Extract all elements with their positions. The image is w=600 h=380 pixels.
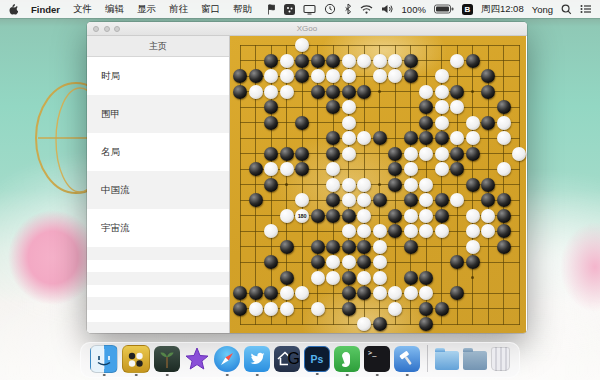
stone-black	[388, 224, 402, 238]
menu-item-4[interactable]: 前往	[169, 3, 188, 16]
stone-black	[450, 162, 464, 176]
stone-black	[342, 85, 356, 99]
traffic-lights	[93, 26, 120, 32]
stone-white	[326, 178, 340, 192]
stone-white	[388, 302, 402, 316]
stone-black	[466, 147, 480, 161]
stone-white	[264, 85, 278, 99]
sidebar-item-label: 中国流	[101, 184, 130, 197]
stone-white	[435, 224, 449, 238]
apple-menu-icon[interactable]	[8, 3, 18, 15]
stone-white	[435, 162, 449, 176]
stone-white	[419, 85, 433, 99]
menu-item-2[interactable]: 编辑	[105, 3, 124, 16]
stone-white	[419, 193, 433, 207]
input-method-badge[interactable]: B	[462, 4, 473, 15]
window-content: 主页 时局围甲名局中国流宇宙流 180	[87, 36, 527, 333]
menu-status-area: 100%B周四12:08Yong	[267, 3, 592, 16]
stone-white	[311, 302, 325, 316]
stone-white	[497, 131, 511, 145]
stone-black	[264, 100, 278, 114]
stone-black	[435, 209, 449, 223]
stone-black	[419, 302, 433, 316]
sidebar-empty-row	[87, 260, 229, 273]
stone-black	[295, 54, 309, 68]
stone-white	[373, 286, 387, 300]
stone-black	[481, 116, 495, 130]
stone-white	[357, 271, 371, 285]
stone-white	[280, 69, 294, 83]
stone-white	[404, 209, 418, 223]
stone-black	[419, 271, 433, 285]
stone-black	[249, 193, 263, 207]
stone-white	[388, 69, 402, 83]
stone-black	[404, 240, 418, 254]
display-icon[interactable]	[303, 4, 316, 15]
stone-white	[295, 193, 309, 207]
stone-black	[357, 255, 371, 269]
stone-black	[373, 131, 387, 145]
stone-black	[249, 286, 263, 300]
stone-black	[264, 178, 278, 192]
stone-black	[311, 54, 325, 68]
stone-black	[342, 240, 356, 254]
stone-white	[357, 131, 371, 145]
close-button[interactable]	[93, 26, 99, 32]
sidebar-empty-row	[87, 285, 229, 298]
stone-black	[326, 209, 340, 223]
stone-white	[249, 85, 263, 99]
stone-white	[373, 255, 387, 269]
flag-icon[interactable]	[267, 4, 276, 15]
menu-item-1[interactable]: 文件	[73, 3, 92, 16]
dock-icon-label: >_	[368, 349, 376, 357]
stone-white	[342, 178, 356, 192]
stone-black	[481, 85, 495, 99]
wifi-icon[interactable]	[360, 4, 373, 14]
stone-black	[466, 178, 480, 192]
dock-icon-trash[interactable]	[491, 347, 510, 371]
menu-item-3[interactable]: 显示	[137, 3, 156, 16]
time-machine-icon[interactable]	[324, 3, 336, 15]
stone-white	[311, 69, 325, 83]
stone-white	[466, 240, 480, 254]
stone-white	[249, 302, 263, 316]
running-indicator-dot	[346, 374, 349, 377]
battery-percent[interactable]: 100%	[402, 4, 426, 15]
stone-black	[311, 209, 325, 223]
stone-black	[280, 240, 294, 254]
dock-icon-safari[interactable]	[214, 346, 240, 372]
stone-black	[435, 193, 449, 207]
stone-white	[373, 224, 387, 238]
stone-white	[342, 147, 356, 161]
hoshi-point	[378, 90, 381, 93]
stone-white	[326, 162, 340, 176]
stone-black	[264, 286, 278, 300]
stone-black	[342, 302, 356, 316]
stone-white	[497, 162, 511, 176]
sidebar-empty-row	[87, 310, 229, 323]
stone-black	[450, 147, 464, 161]
stone-black	[435, 302, 449, 316]
stone-white	[280, 209, 294, 223]
go-board[interactable]: 180	[230, 36, 526, 333]
stone-white	[450, 100, 464, 114]
sidebar-list: 时局围甲名局中国流宇宙流	[87, 57, 229, 333]
stone-black	[326, 100, 340, 114]
stone-white	[450, 131, 464, 145]
dock-divider	[427, 345, 428, 372]
stone-black	[295, 162, 309, 176]
dock-icon-folder-downloads[interactable]	[435, 351, 459, 370]
stone-black	[295, 69, 309, 83]
stone-white	[357, 317, 371, 331]
notification-list-icon[interactable]	[580, 4, 592, 14]
stone-black	[419, 131, 433, 145]
stone-white	[342, 131, 356, 145]
stone-white	[264, 69, 278, 83]
stone-white	[326, 255, 340, 269]
stone-black	[388, 147, 402, 161]
menu-clock[interactable]: 周四12:08	[481, 3, 524, 16]
stone-white	[497, 116, 511, 130]
stone-black	[342, 271, 356, 285]
xgoo-window: XGoo 主页 时局围甲名局中国流宇宙流 180	[87, 22, 527, 333]
dock-icon-label: Ps	[311, 353, 324, 365]
stone-white	[388, 54, 402, 68]
stone-black	[342, 209, 356, 223]
stone-black	[497, 193, 511, 207]
stone-black	[497, 224, 511, 238]
stone-black	[357, 286, 371, 300]
dock-icon-evernote[interactable]	[334, 346, 360, 372]
stone-white	[373, 69, 387, 83]
stone-white	[280, 54, 294, 68]
stone-black	[295, 147, 309, 161]
stone-white	[466, 209, 480, 223]
menu-user[interactable]: Yong	[532, 4, 553, 15]
dock-icon-terminal[interactable]: >_	[364, 346, 390, 372]
stone-white	[280, 85, 294, 99]
stone-white	[450, 54, 464, 68]
stone-white	[435, 116, 449, 130]
stone-black	[466, 255, 480, 269]
stone-white	[512, 147, 526, 161]
sidebar-item-名局[interactable]: 名局	[87, 133, 229, 171]
stone-black	[311, 85, 325, 99]
stone-white	[373, 54, 387, 68]
stone-white	[435, 100, 449, 114]
sidebar-item-宇宙流[interactable]: 宇宙流	[87, 209, 229, 247]
stone-white	[466, 131, 480, 145]
stone-white	[357, 178, 371, 192]
stone-black	[388, 178, 402, 192]
dock-icon-finder[interactable]	[90, 345, 118, 373]
stone-white	[357, 193, 371, 207]
sidebar-item-label: 宇宙流	[101, 222, 130, 235]
menu-item-finder[interactable]: Finder	[31, 4, 60, 15]
menu-bar: Finder文件编辑显示前往窗口帮助 100%B周四12:08Yong	[0, 0, 600, 18]
stone-white	[435, 147, 449, 161]
stone-black	[481, 178, 495, 192]
hoshi-point	[471, 276, 474, 279]
stone-black	[419, 100, 433, 114]
move-number-label: 180	[295, 209, 309, 223]
stone-white	[326, 271, 340, 285]
stone-white	[388, 286, 402, 300]
sidebar-item-时局[interactable]: 时局	[87, 57, 229, 95]
stone-white	[280, 302, 294, 316]
stone-black	[388, 209, 402, 223]
stone-white	[466, 224, 480, 238]
window-title: XGoo	[297, 24, 317, 33]
stone-black	[435, 131, 449, 145]
dock-icon-folder-documents[interactable]	[463, 351, 487, 370]
stone-black	[404, 69, 418, 83]
stone-white	[342, 255, 356, 269]
running-indicator-dot	[316, 373, 319, 376]
stone-white	[419, 209, 433, 223]
bluetooth-icon[interactable]	[344, 3, 352, 15]
running-indicator-dot	[166, 374, 169, 377]
stone-white	[481, 224, 495, 238]
stone-white	[404, 147, 418, 161]
stone-white	[342, 100, 356, 114]
stone-black	[326, 147, 340, 161]
battery-icon[interactable]	[434, 4, 454, 14]
stone-black	[311, 255, 325, 269]
pink-petal-decoration	[8, 210, 98, 305]
stone-white	[326, 69, 340, 83]
stone-white	[357, 224, 371, 238]
dock: GPs>_	[80, 342, 520, 378]
stone-black	[373, 193, 387, 207]
sidebar-header: 主页	[87, 36, 229, 57]
dock-icon-photoshop[interactable]: Ps	[304, 346, 330, 372]
stone-black	[264, 116, 278, 130]
stone-white	[342, 69, 356, 83]
menu-item-6[interactable]: 帮助	[233, 3, 252, 16]
stone-black	[233, 85, 247, 99]
stone-white	[264, 224, 278, 238]
gold-rings-decoration	[18, 78, 93, 212]
stone-black	[280, 147, 294, 161]
menu-item-5[interactable]: 窗口	[201, 3, 220, 16]
stone-black	[326, 240, 340, 254]
hoshi-point	[285, 183, 288, 186]
stone-black	[404, 54, 418, 68]
stone-white	[419, 286, 433, 300]
running-indicator-dot	[135, 374, 138, 377]
sidebar-item-围甲[interactable]: 围甲	[87, 95, 229, 133]
stone-black	[280, 271, 294, 285]
sidebar-item-label: 围甲	[101, 108, 120, 121]
stone-black	[419, 116, 433, 130]
dock-icon-xcode[interactable]	[394, 346, 420, 372]
stone-white	[357, 54, 371, 68]
stone-black	[404, 131, 418, 145]
stone-white	[419, 147, 433, 161]
volume-icon[interactable]	[381, 4, 394, 14]
stone-white	[357, 209, 371, 223]
stone-white	[342, 193, 356, 207]
stone-black	[497, 100, 511, 114]
stone-white	[342, 224, 356, 238]
stone-black	[342, 286, 356, 300]
sidebar-item-label: 名局	[101, 146, 120, 159]
dock-icon-star-app[interactable]	[184, 346, 210, 372]
running-indicator-dot	[376, 374, 379, 377]
stone-white	[404, 224, 418, 238]
stone-black	[326, 85, 340, 99]
stone-white	[373, 240, 387, 254]
stone-white	[419, 178, 433, 192]
stone-black	[295, 116, 309, 130]
menu-left: Finder文件编辑显示前往窗口帮助	[8, 3, 252, 16]
stone-black	[450, 85, 464, 99]
stone-white	[373, 271, 387, 285]
stone-black	[404, 271, 418, 285]
stone-white	[264, 302, 278, 316]
dock-icon-twitter[interactable]	[244, 346, 270, 372]
running-indicator-dot	[226, 374, 229, 377]
sidebar-empty-row	[87, 272, 229, 285]
stone-black	[249, 69, 263, 83]
stone-white	[404, 286, 418, 300]
stone-white	[435, 69, 449, 83]
stone-white	[419, 224, 433, 238]
stone-black	[497, 240, 511, 254]
stone-black	[326, 54, 340, 68]
stone-white	[280, 286, 294, 300]
sidebar-item-label: 时局	[101, 70, 120, 83]
stone-black	[326, 193, 340, 207]
stone-black	[419, 317, 433, 331]
stone-white	[280, 162, 294, 176]
stone-black	[264, 54, 278, 68]
stone-white	[404, 178, 418, 192]
search-icon[interactable]	[561, 4, 572, 15]
sidebar-item-中国流[interactable]: 中国流	[87, 171, 229, 209]
stone-black	[497, 209, 511, 223]
stone-black	[311, 240, 325, 254]
zoom-button[interactable]	[114, 26, 120, 32]
sidebar-empty-row	[87, 247, 229, 260]
stone-black	[357, 85, 371, 99]
stone-black	[404, 193, 418, 207]
stone-white	[481, 209, 495, 223]
input-source-icon[interactable]	[284, 4, 295, 15]
stone-black	[466, 54, 480, 68]
stone-white	[404, 162, 418, 176]
window-titlebar[interactable]: XGoo	[87, 22, 527, 36]
sidebar: 主页 时局围甲名局中国流宇宙流	[87, 36, 230, 333]
sidebar-empty-row	[87, 297, 229, 310]
minimize-button[interactable]	[104, 26, 110, 32]
dock-icon-photos-tree[interactable]	[154, 346, 180, 372]
sidebar-empty-row	[87, 322, 229, 333]
stone-black	[481, 193, 495, 207]
desktop: Finder文件编辑显示前往窗口帮助 100%B周四12:08Yong XGoo…	[0, 0, 600, 380]
stone-white	[295, 38, 309, 52]
stone-white	[311, 271, 325, 285]
stone-black	[388, 162, 402, 176]
running-indicator-dot	[103, 374, 106, 377]
stone-white	[466, 116, 480, 130]
stone-black	[233, 69, 247, 83]
dock-icon-label: G	[288, 350, 300, 368]
stone-white	[342, 54, 356, 68]
stone-black	[326, 131, 340, 145]
stone-black	[450, 286, 464, 300]
stone-black	[264, 255, 278, 269]
stone-black	[481, 69, 495, 83]
stone-white	[450, 193, 464, 207]
stone-white	[264, 162, 278, 176]
stone-white	[295, 286, 309, 300]
dock-icon-github-house[interactable]: G	[274, 346, 300, 372]
running-indicator-dot	[406, 374, 409, 377]
stone-black	[450, 255, 464, 269]
stone-black	[357, 240, 371, 254]
hoshi-point	[471, 90, 474, 93]
hoshi-point	[378, 183, 381, 186]
stone-black	[264, 147, 278, 161]
stone-black	[233, 286, 247, 300]
stone-white	[435, 85, 449, 99]
stone-black	[233, 302, 247, 316]
dock-icon-xgoo[interactable]	[122, 345, 150, 373]
stone-black	[373, 317, 387, 331]
stone-black	[249, 162, 263, 176]
running-indicator-dot	[256, 374, 259, 377]
stone-white	[342, 116, 356, 130]
stone-white: 180	[295, 209, 309, 223]
